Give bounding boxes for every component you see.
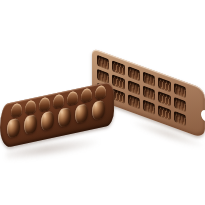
mold-cavity [174,83,186,98]
mold-cavity [112,74,124,89]
mold-cavity [158,91,170,106]
chocolate-bump [58,107,71,128]
mold-cavity [143,100,155,115]
mold-cavity [112,60,124,75]
chocolate-bump [92,100,105,121]
chocolate-bump [7,118,20,139]
chocolate-bump [24,114,37,135]
mold-cavity [158,77,170,92]
chocolate-bump [41,111,54,132]
mold-cavity [128,66,140,81]
mold-cavity [128,80,140,95]
mold-cavity [112,88,124,103]
chocolate-bump [53,93,64,108]
mold-cavity [174,97,186,112]
mold-cavity [143,86,155,101]
chocolate-bump [39,96,50,111]
product-photo-chocolate-molds [0,0,205,205]
chocolate-bump [81,87,92,102]
mold-cavity [97,55,109,70]
chocolate-bump [25,99,36,114]
chocolate-bump [75,103,88,124]
chocolate-bump [95,84,106,99]
mold-cavity [143,72,155,87]
mold-cavity [128,94,140,109]
chocolate-bump [11,102,22,117]
mold-cavity [158,105,170,120]
mold-cavity [174,111,186,126]
chocolate-bump [67,90,78,105]
